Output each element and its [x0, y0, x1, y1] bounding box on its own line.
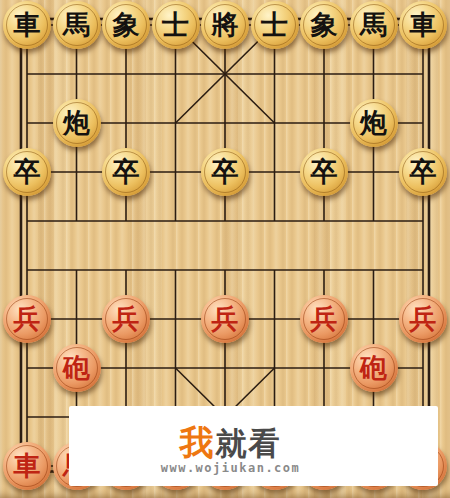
piece-red-soldier[interactable]: 兵	[299, 295, 349, 344]
piece-glyph: 車	[14, 11, 41, 38]
piece-glyph: 馬	[63, 11, 90, 38]
piece-red-soldier[interactable]: 兵	[101, 295, 151, 344]
piece-glyph: 象	[113, 11, 140, 38]
piece-disc[interactable]: 車	[3, 1, 51, 49]
piece-black-chariot[interactable]: 車	[398, 1, 448, 50]
piece-black-soldier[interactable]: 卒	[200, 148, 250, 197]
piece-red-soldier[interactable]: 兵	[398, 295, 448, 344]
piece-red-cannon[interactable]: 砲	[52, 344, 102, 393]
piece-glyph: 車	[14, 452, 41, 479]
piece-disc[interactable]: 卒	[399, 148, 447, 196]
piece-black-horse[interactable]: 馬	[52, 1, 102, 50]
piece-disc[interactable]: 士	[251, 1, 299, 49]
piece-disc[interactable]: 卒	[3, 148, 51, 196]
piece-red-chariot[interactable]: 車	[2, 442, 52, 491]
piece-glyph: 卒	[311, 158, 338, 185]
piece-disc[interactable]: 車	[3, 442, 51, 490]
piece-disc[interactable]: 馬	[350, 1, 398, 49]
watermark-brand-accent-char: 我	[180, 422, 216, 462]
piece-black-soldier[interactable]: 卒	[398, 148, 448, 197]
watermark-brand: 我就看	[180, 425, 282, 459]
piece-glyph: 卒	[410, 158, 437, 185]
piece-glyph: 士	[162, 11, 189, 38]
piece-glyph: 兵	[212, 305, 239, 332]
piece-red-soldier[interactable]: 兵	[200, 295, 250, 344]
piece-disc[interactable]: 砲	[350, 344, 398, 392]
watermark-url: www.wojiukan.com	[161, 461, 301, 475]
piece-black-soldier[interactable]: 卒	[2, 148, 52, 197]
piece-black-cannon[interactable]: 炮	[349, 99, 399, 148]
piece-glyph: 砲	[360, 354, 387, 381]
piece-black-chariot[interactable]: 車	[2, 1, 52, 50]
piece-glyph: 炮	[360, 109, 387, 136]
piece-red-cannon[interactable]: 砲	[349, 344, 399, 393]
piece-glyph: 象	[311, 11, 338, 38]
piece-disc[interactable]: 士	[152, 1, 200, 49]
piece-disc[interactable]: 兵	[399, 295, 447, 343]
piece-black-soldier[interactable]: 卒	[101, 148, 151, 197]
piece-red-soldier[interactable]: 兵	[2, 295, 52, 344]
piece-glyph: 兵	[113, 305, 140, 332]
piece-glyph: 砲	[63, 354, 90, 381]
piece-black-general[interactable]: 將	[200, 1, 250, 50]
piece-disc[interactable]: 兵	[201, 295, 249, 343]
piece-disc[interactable]: 象	[102, 1, 150, 49]
piece-disc[interactable]: 砲	[53, 344, 101, 392]
watermark: 我就看 www.wojiukan.com	[69, 406, 438, 486]
piece-disc[interactable]: 象	[300, 1, 348, 49]
piece-black-soldier[interactable]: 卒	[299, 148, 349, 197]
piece-disc[interactable]: 卒	[201, 148, 249, 196]
piece-disc[interactable]: 炮	[350, 99, 398, 147]
piece-disc[interactable]: 兵	[3, 295, 51, 343]
piece-disc[interactable]: 卒	[300, 148, 348, 196]
piece-glyph: 卒	[14, 158, 41, 185]
piece-black-horse[interactable]: 馬	[349, 1, 399, 50]
piece-disc[interactable]: 馬	[53, 1, 101, 49]
piece-black-cannon[interactable]: 炮	[52, 99, 102, 148]
piece-disc[interactable]: 車	[399, 1, 447, 49]
piece-black-advisor[interactable]: 士	[250, 1, 300, 50]
piece-disc[interactable]: 炮	[53, 99, 101, 147]
piece-glyph: 士	[261, 11, 288, 38]
piece-glyph: 將	[212, 11, 239, 38]
piece-black-advisor[interactable]: 士	[151, 1, 201, 50]
piece-glyph: 卒	[113, 158, 140, 185]
piece-disc[interactable]: 將	[201, 1, 249, 49]
piece-glyph: 馬	[360, 11, 387, 38]
watermark-brand-rest: 就看	[216, 425, 282, 461]
piece-glyph: 兵	[410, 305, 437, 332]
piece-disc[interactable]: 卒	[102, 148, 150, 196]
piece-glyph: 兵	[14, 305, 41, 332]
piece-disc[interactable]: 兵	[300, 295, 348, 343]
piece-glyph: 卒	[212, 158, 239, 185]
piece-glyph: 兵	[311, 305, 338, 332]
piece-glyph: 車	[410, 11, 437, 38]
piece-disc[interactable]: 兵	[102, 295, 150, 343]
piece-black-elephant[interactable]: 象	[299, 1, 349, 50]
piece-glyph: 炮	[63, 109, 90, 136]
piece-black-elephant[interactable]: 象	[101, 1, 151, 50]
